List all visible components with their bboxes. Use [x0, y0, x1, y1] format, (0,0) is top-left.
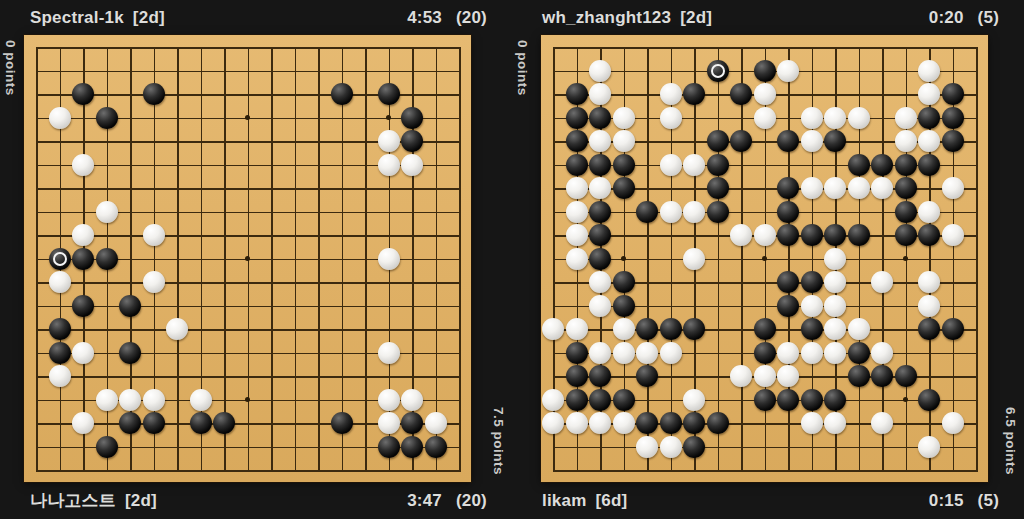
stone-white — [72, 412, 94, 434]
stone-white — [378, 412, 400, 434]
stone-white — [848, 318, 870, 340]
stone-white — [566, 318, 588, 340]
stone-black — [425, 436, 447, 458]
stone-white — [871, 271, 893, 293]
stone-white — [589, 83, 611, 105]
game-panel-right: wh_zhanght123 [2d] 0:20 (5) 0 points 6.5… — [512, 0, 1024, 519]
stone-white — [918, 130, 940, 152]
stone-black — [331, 83, 353, 105]
stone-black — [589, 224, 611, 246]
stone-black — [707, 412, 729, 434]
stone-black — [824, 224, 846, 246]
stone-white — [636, 342, 658, 364]
stone-black — [613, 295, 635, 317]
goban[interactable] — [24, 35, 471, 482]
stone-black — [401, 436, 423, 458]
stone-black — [566, 389, 588, 411]
stone-black — [730, 83, 752, 105]
stone-black — [707, 130, 729, 152]
stone-black — [848, 365, 870, 387]
bottom-player-name: 나나고스트 — [30, 489, 116, 512]
stone-white — [895, 130, 917, 152]
stone-white — [777, 365, 799, 387]
stone-black — [895, 201, 917, 223]
bottom-player-bar: 나나고스트 [2d] 3:47 (20) — [0, 482, 512, 519]
top-player-name: wh_zhanght123 — [542, 8, 671, 28]
stone-black — [777, 224, 799, 246]
bottom-player-clock: 3:47 (20) — [407, 491, 487, 511]
stone-black — [777, 130, 799, 152]
top-player-rank: [2d] — [680, 8, 712, 28]
stone-black — [730, 130, 752, 152]
stone-white — [72, 154, 94, 176]
stone-black — [918, 318, 940, 340]
stone-black — [566, 130, 588, 152]
stone-white — [683, 201, 705, 223]
stone-black — [777, 177, 799, 199]
stone-black — [777, 389, 799, 411]
stone-white — [378, 130, 400, 152]
stone-white — [871, 177, 893, 199]
stone-white — [589, 177, 611, 199]
stone-white — [660, 436, 682, 458]
stone-black — [895, 154, 917, 176]
bottom-player-rank: [6d] — [595, 491, 627, 511]
stone-white — [918, 295, 940, 317]
stone-white — [542, 318, 564, 340]
stone-white — [918, 83, 940, 105]
stone-black — [401, 107, 423, 129]
last-move-marker — [711, 64, 725, 78]
stone-black — [613, 389, 635, 411]
stone-white — [589, 60, 611, 82]
stone-black — [777, 201, 799, 223]
stone-white — [378, 248, 400, 270]
stone-white — [754, 365, 776, 387]
bottom-player-time: 0:15 — [929, 491, 964, 511]
stone-white — [566, 248, 588, 270]
stone-white — [49, 271, 71, 293]
stone-white — [848, 107, 870, 129]
stone-black — [895, 365, 917, 387]
white-score-label: 6.5 points — [1003, 407, 1018, 475]
stone-black — [566, 154, 588, 176]
stone-white — [378, 342, 400, 364]
stone-black — [613, 271, 635, 293]
star-point — [245, 115, 250, 120]
stone-black — [754, 342, 776, 364]
stone-white — [401, 389, 423, 411]
stone-white — [119, 389, 141, 411]
stone-black — [119, 295, 141, 317]
stone-black — [777, 271, 799, 293]
top-player-name: Spectral-1k — [30, 8, 124, 28]
stone-black — [895, 224, 917, 246]
stone-black — [589, 389, 611, 411]
star-point — [903, 397, 908, 402]
stone-black — [49, 342, 71, 364]
stone-black — [918, 154, 940, 176]
stone-black — [72, 248, 94, 270]
stone-white — [942, 177, 964, 199]
stone-black — [143, 412, 165, 434]
star-point — [245, 397, 250, 402]
stone-white — [542, 389, 564, 411]
stone-white — [378, 154, 400, 176]
stone-white — [824, 177, 846, 199]
stone-black — [589, 248, 611, 270]
stone-white — [730, 365, 752, 387]
stone-white — [378, 389, 400, 411]
star-point — [621, 256, 626, 261]
stone-white — [871, 412, 893, 434]
stone-black — [566, 365, 588, 387]
stone-black — [566, 107, 588, 129]
stone-black — [707, 154, 729, 176]
stone-white — [566, 201, 588, 223]
stone-white — [613, 318, 635, 340]
stone-white — [542, 412, 564, 434]
stone-black — [96, 107, 118, 129]
stone-black — [589, 201, 611, 223]
stone-white — [660, 154, 682, 176]
black-score-label: 0 points — [3, 40, 18, 96]
stone-black — [636, 318, 658, 340]
stone-black — [942, 130, 964, 152]
stone-black — [942, 318, 964, 340]
stone-black — [871, 154, 893, 176]
stone-black — [683, 83, 705, 105]
stone-white — [613, 342, 635, 364]
top-player-time: 0:20 — [929, 8, 964, 28]
stone-black — [824, 389, 846, 411]
stone-white — [683, 248, 705, 270]
stone-black — [96, 436, 118, 458]
stone-white — [143, 389, 165, 411]
stone-black — [824, 130, 846, 152]
stone-black — [589, 107, 611, 129]
stone-white — [143, 271, 165, 293]
app-root: Spectral-1k [2d] 4:53 (20) 0 points 7.5 … — [0, 0, 1024, 519]
bottom-player-bar: likam [6d] 0:15 (5) — [512, 482, 1024, 519]
stone-white — [613, 107, 635, 129]
stone-black — [707, 60, 729, 82]
stone-white — [848, 177, 870, 199]
stone-black — [331, 412, 353, 434]
stone-black — [49, 248, 71, 270]
stone-white — [730, 224, 752, 246]
bottom-player-time: 3:47 — [407, 491, 442, 511]
stone-white — [824, 318, 846, 340]
star-point — [245, 256, 250, 261]
stone-black — [96, 248, 118, 270]
stone-white — [589, 130, 611, 152]
bottom-player-clock: 0:15 (5) — [929, 491, 999, 511]
stone-white — [754, 83, 776, 105]
stone-white — [96, 389, 118, 411]
stone-black — [613, 177, 635, 199]
bottom-player-name: likam — [542, 491, 586, 511]
stone-white — [566, 177, 588, 199]
stone-white — [777, 60, 799, 82]
stone-black — [707, 201, 729, 223]
star-point — [386, 115, 391, 120]
stone-black — [848, 224, 870, 246]
stone-black — [683, 318, 705, 340]
stone-white — [683, 389, 705, 411]
stone-white — [589, 412, 611, 434]
stone-black — [683, 412, 705, 434]
top-player-time: 4:53 — [407, 8, 442, 28]
stone-white — [613, 130, 635, 152]
top-player-clock: 4:53 (20) — [407, 8, 487, 28]
bottom-player-rank: [2d] — [125, 491, 157, 511]
stone-black — [401, 412, 423, 434]
stone-white — [824, 271, 846, 293]
stone-black — [660, 412, 682, 434]
stone-black — [401, 130, 423, 152]
stone-black — [871, 365, 893, 387]
stone-black — [918, 107, 940, 129]
stone-white — [72, 342, 94, 364]
stone-white — [96, 201, 118, 223]
stone-black — [683, 436, 705, 458]
stone-white — [754, 224, 776, 246]
stone-black — [589, 365, 611, 387]
top-player-bar: wh_zhanght123 [2d] 0:20 (5) — [512, 0, 1024, 35]
stone-black — [378, 83, 400, 105]
stone-white — [143, 224, 165, 246]
stone-black — [895, 177, 917, 199]
stone-black — [848, 342, 870, 364]
stone-white — [801, 295, 823, 317]
stone-white — [895, 107, 917, 129]
stone-white — [918, 271, 940, 293]
stone-white — [801, 342, 823, 364]
stone-white — [660, 83, 682, 105]
stone-black — [801, 389, 823, 411]
stone-black — [754, 389, 776, 411]
stone-white — [636, 436, 658, 458]
star-point — [903, 256, 908, 261]
stone-white — [425, 412, 447, 434]
stone-white — [660, 107, 682, 129]
stone-white — [824, 107, 846, 129]
stone-black — [119, 342, 141, 364]
stone-black — [754, 60, 776, 82]
stone-white — [683, 154, 705, 176]
stone-white — [613, 412, 635, 434]
stone-white — [660, 342, 682, 364]
stone-white — [660, 201, 682, 223]
stone-white — [918, 60, 940, 82]
stone-white — [918, 436, 940, 458]
stone-white — [824, 295, 846, 317]
stone-black — [918, 224, 940, 246]
stone-white — [589, 271, 611, 293]
stone-white — [72, 224, 94, 246]
stone-black — [589, 154, 611, 176]
stone-black — [660, 318, 682, 340]
stone-white — [801, 130, 823, 152]
stone-black — [190, 412, 212, 434]
stone-black — [613, 154, 635, 176]
top-player-bar: Spectral-1k [2d] 4:53 (20) — [0, 0, 512, 35]
stone-black — [636, 365, 658, 387]
top-player-clock: 0:20 (5) — [929, 8, 999, 28]
bottom-player-periods: (20) — [456, 491, 487, 511]
top-player-periods: (5) — [978, 8, 999, 28]
stone-black — [49, 318, 71, 340]
stone-white — [824, 412, 846, 434]
stone-black — [119, 412, 141, 434]
stone-black — [754, 318, 776, 340]
stone-black — [143, 83, 165, 105]
stone-white — [566, 412, 588, 434]
stone-white — [589, 295, 611, 317]
stone-white — [824, 342, 846, 364]
stone-black — [213, 412, 235, 434]
top-player-periods: (20) — [456, 8, 487, 28]
stone-white — [801, 107, 823, 129]
last-move-marker — [53, 252, 67, 266]
stone-black — [942, 107, 964, 129]
stone-white — [918, 201, 940, 223]
stone-white — [190, 389, 212, 411]
stone-white — [166, 318, 188, 340]
stone-white — [942, 412, 964, 434]
stone-white — [777, 342, 799, 364]
stone-white — [49, 365, 71, 387]
stone-black — [72, 295, 94, 317]
stone-white — [871, 342, 893, 364]
white-score-label: 7.5 points — [491, 407, 506, 475]
star-point — [762, 256, 767, 261]
stone-white — [754, 107, 776, 129]
goban[interactable] — [541, 35, 988, 482]
top-player-rank: [2d] — [133, 8, 165, 28]
bottom-player-periods: (5) — [978, 491, 999, 511]
stone-black — [801, 224, 823, 246]
stone-black — [801, 271, 823, 293]
stone-white — [801, 177, 823, 199]
stone-black — [378, 436, 400, 458]
stone-white — [801, 412, 823, 434]
stone-white — [942, 224, 964, 246]
stone-black — [777, 295, 799, 317]
stone-black — [918, 389, 940, 411]
stone-black — [942, 83, 964, 105]
game-panel-left: Spectral-1k [2d] 4:53 (20) 0 points 7.5 … — [0, 0, 512, 519]
stone-white — [566, 224, 588, 246]
stone-white — [49, 107, 71, 129]
stone-black — [566, 83, 588, 105]
stone-black — [848, 154, 870, 176]
black-score-label: 0 points — [515, 40, 530, 96]
stone-white — [589, 342, 611, 364]
stone-black — [707, 177, 729, 199]
stone-black — [566, 342, 588, 364]
stone-black — [72, 83, 94, 105]
stone-black — [636, 412, 658, 434]
stone-black — [801, 318, 823, 340]
stone-white — [401, 154, 423, 176]
stone-black — [636, 201, 658, 223]
stone-white — [824, 248, 846, 270]
